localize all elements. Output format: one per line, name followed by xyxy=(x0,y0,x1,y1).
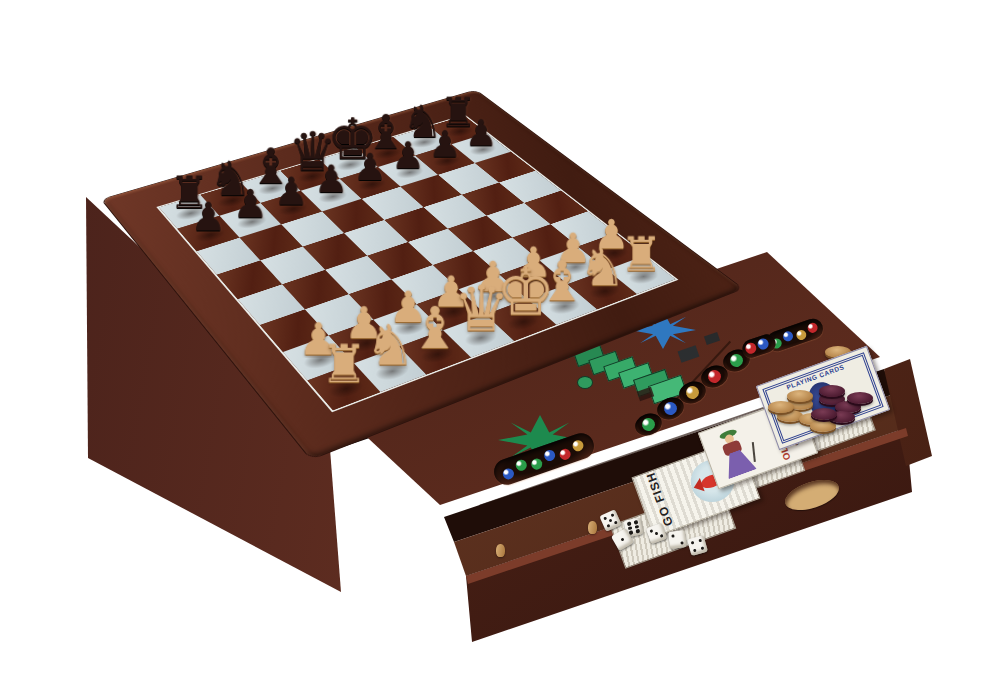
square-d5[interactable] xyxy=(344,220,408,256)
die-pip xyxy=(620,537,625,542)
dark-checker[interactable] xyxy=(811,408,837,420)
wooden-peg[interactable] xyxy=(588,521,597,534)
green-marble[interactable] xyxy=(530,457,544,471)
red-marble[interactable] xyxy=(558,447,572,461)
old-maid-cane-art xyxy=(752,442,756,462)
wooden-peg[interactable] xyxy=(496,544,505,557)
green-marble[interactable] xyxy=(728,352,745,369)
piece-black-pawn[interactable]: ♟ xyxy=(185,201,232,234)
red-marble[interactable] xyxy=(744,341,758,355)
red-marble[interactable] xyxy=(706,368,723,385)
green-marble[interactable] xyxy=(640,416,657,433)
go-fish-label: GO FISH xyxy=(643,469,677,530)
die-pip xyxy=(660,534,664,538)
light-checker[interactable] xyxy=(768,401,794,413)
die-pip xyxy=(671,534,675,538)
dark-checker[interactable] xyxy=(819,385,845,397)
green-path-circle xyxy=(577,376,593,389)
die-pip xyxy=(634,520,638,524)
game-cabinet-photo: GO FISH OLD MAID Card Game PLAYING CARDS… xyxy=(0,0,1000,700)
die-pip xyxy=(654,531,658,535)
blue-marble[interactable] xyxy=(756,337,770,351)
gold-marble[interactable] xyxy=(571,439,585,453)
green-marble[interactable] xyxy=(514,458,528,472)
die-pip xyxy=(627,522,631,526)
die-pip xyxy=(603,516,607,520)
dark-checker[interactable] xyxy=(847,392,873,404)
red-marble[interactable] xyxy=(806,322,819,335)
die-pip xyxy=(606,523,610,527)
light-checker[interactable] xyxy=(787,390,813,402)
die-pip xyxy=(698,539,702,543)
gold-marble[interactable] xyxy=(795,329,808,342)
piece-white-knight[interactable]: ♞ xyxy=(364,323,417,369)
gold-marble[interactable] xyxy=(684,384,701,401)
die-showing-2[interactable] xyxy=(668,530,687,549)
blue-marble[interactable] xyxy=(782,330,795,343)
die-pip xyxy=(629,531,633,535)
blue-marble[interactable] xyxy=(543,448,557,462)
blue-marble[interactable] xyxy=(662,400,679,417)
die-pip xyxy=(608,518,612,522)
piece-black-pawn[interactable]: ♟ xyxy=(386,140,430,170)
piece-white-rook[interactable]: ♜ xyxy=(317,343,371,386)
die-pip xyxy=(649,529,653,533)
die-pip xyxy=(680,541,684,545)
square-g4[interactable] xyxy=(486,203,550,238)
die-pip xyxy=(693,548,697,552)
piece-black-pawn[interactable]: ♟ xyxy=(227,188,273,220)
die-pip xyxy=(613,520,617,524)
blue-marble[interactable] xyxy=(501,467,515,481)
square-a1[interactable]: ♜ xyxy=(307,363,380,410)
piece-black-pawn[interactable]: ♟ xyxy=(309,163,354,194)
light-checker[interactable] xyxy=(810,420,836,432)
die-pip xyxy=(691,541,695,545)
die-pip xyxy=(610,513,614,517)
piece-black-pawn[interactable]: ♟ xyxy=(269,176,314,208)
die-pip xyxy=(636,529,640,533)
die-pip xyxy=(700,546,704,550)
piece-black-pawn[interactable]: ♟ xyxy=(348,152,392,183)
